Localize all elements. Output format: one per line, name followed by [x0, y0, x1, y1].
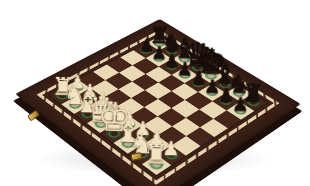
chess-set-photo: ♜♞♝♛♚♝♞♜♟♟♟♟♟♟♟♟♟♟♟♟♟♟♟♟♜♞♝♛♚♝♞♜	[0, 0, 310, 186]
